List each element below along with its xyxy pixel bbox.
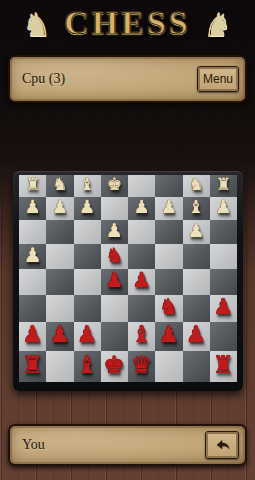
square-g3[interactable]	[46, 220, 73, 244]
square-g6[interactable]	[46, 295, 73, 322]
piece-red-pawn: ♟	[22, 323, 43, 346]
square-a7[interactable]	[210, 322, 237, 351]
undo-button[interactable]	[205, 431, 239, 459]
square-f7[interactable]: ♟	[74, 322, 101, 351]
board-row: ♟♟♟♟♟♝♟	[19, 197, 237, 220]
knight-icon: ♞	[203, 7, 233, 43]
square-a5[interactable]	[210, 269, 237, 295]
square-c5[interactable]	[155, 269, 182, 295]
piece-red-rook: ♜	[213, 353, 235, 377]
cpu-player-label: Cpu (3)	[22, 71, 65, 87]
board-row: ♟♟♟♝♟♟	[19, 322, 237, 351]
square-b1[interactable]: ♞	[183, 175, 210, 197]
board-row: ♜♝♚♛♜	[19, 351, 237, 382]
board-row: ♟♞	[19, 244, 237, 269]
square-b7[interactable]: ♟	[183, 322, 210, 351]
piece-white-bishop: ♝	[80, 176, 95, 193]
piece-white-pawn: ♟	[25, 198, 41, 216]
square-g1[interactable]: ♞	[46, 175, 73, 197]
piece-red-knight: ♞	[105, 245, 123, 265]
square-e6[interactable]	[101, 295, 128, 322]
square-c6[interactable]: ♞	[155, 295, 182, 322]
square-d3[interactable]	[128, 220, 155, 244]
menu-button[interactable]: Menu	[197, 66, 239, 92]
piece-white-pawn: ♟	[215, 198, 231, 216]
square-d8[interactable]: ♛	[128, 351, 155, 382]
square-g5[interactable]	[46, 269, 73, 295]
square-e7[interactable]	[101, 322, 128, 351]
board-row: ♞♟	[19, 295, 237, 322]
piece-red-pawn: ♟	[132, 270, 151, 291]
piece-red-pawn: ♟	[159, 323, 180, 346]
square-c8[interactable]	[155, 351, 182, 382]
chess-app: ♞ CHESS ♞ Cpu (3) Menu ♜♞♝♚♞♜♟♟♟♟♟♝♟♟♟♟♞…	[0, 0, 255, 480]
square-b5[interactable]	[183, 269, 210, 295]
piece-red-pawn: ♟	[77, 323, 98, 346]
piece-red-bishop: ♝	[76, 353, 98, 377]
piece-white-bishop: ♝	[188, 198, 204, 216]
square-e5[interactable]: ♟	[101, 269, 128, 295]
square-f8[interactable]: ♝	[74, 351, 101, 382]
square-c7[interactable]: ♟	[155, 322, 182, 351]
square-g7[interactable]: ♟	[46, 322, 73, 351]
piece-red-pawn: ♟	[186, 323, 207, 346]
board-row: ♟♟	[19, 269, 237, 295]
square-h7[interactable]: ♟	[19, 322, 46, 351]
you-player-label: You	[22, 437, 45, 453]
piece-white-pawn: ♟	[24, 245, 42, 265]
square-e1[interactable]: ♚	[101, 175, 128, 197]
piece-white-pawn: ♟	[79, 198, 95, 216]
square-a1[interactable]: ♜	[210, 175, 237, 197]
square-c2[interactable]: ♟	[155, 197, 182, 220]
square-a4[interactable]	[210, 244, 237, 269]
square-e3[interactable]: ♟	[101, 220, 128, 244]
square-d1[interactable]	[128, 175, 155, 197]
square-h4[interactable]: ♟	[19, 244, 46, 269]
piece-white-pawn: ♟	[106, 221, 123, 240]
piece-white-rook: ♜	[216, 176, 231, 193]
square-f6[interactable]	[74, 295, 101, 322]
square-d4[interactable]	[128, 244, 155, 269]
square-d2[interactable]: ♟	[128, 197, 155, 220]
you-bar: You	[8, 424, 247, 466]
square-f5[interactable]	[74, 269, 101, 295]
square-f2[interactable]: ♟	[74, 197, 101, 220]
piece-white-knight: ♞	[189, 176, 204, 193]
square-h8[interactable]: ♜	[19, 351, 46, 382]
square-b6[interactable]	[183, 295, 210, 322]
square-a6[interactable]: ♟	[210, 295, 237, 322]
square-h3[interactable]	[19, 220, 46, 244]
square-f4[interactable]	[74, 244, 101, 269]
square-b3[interactable]: ♟	[183, 220, 210, 244]
square-g8[interactable]	[46, 351, 73, 382]
piece-red-queen: ♛	[131, 353, 153, 377]
square-d5[interactable]: ♟	[128, 269, 155, 295]
piece-white-pawn: ♟	[188, 221, 205, 240]
piece-white-pawn: ♟	[52, 198, 68, 216]
piece-white-knight: ♞	[52, 176, 67, 193]
piece-white-rook: ♜	[25, 176, 40, 193]
square-h6[interactable]	[19, 295, 46, 322]
board-row: ♜♞♝♚♞♜	[19, 175, 237, 197]
square-e8[interactable]: ♚	[101, 351, 128, 382]
square-e2[interactable]	[101, 197, 128, 220]
square-b2[interactable]: ♝	[183, 197, 210, 220]
piece-red-pawn: ♟	[105, 270, 124, 291]
square-h5[interactable]	[19, 269, 46, 295]
square-h1[interactable]: ♜	[19, 175, 46, 197]
square-g2[interactable]: ♟	[46, 197, 73, 220]
square-a8[interactable]: ♜	[210, 351, 237, 382]
square-b4[interactable]	[183, 244, 210, 269]
piece-red-rook: ♜	[22, 353, 44, 377]
square-e4[interactable]: ♞	[101, 244, 128, 269]
square-d7[interactable]: ♝	[128, 322, 155, 351]
board-row: ♟♟	[19, 220, 237, 244]
piece-red-pawn: ♟	[50, 323, 71, 346]
square-c3[interactable]	[155, 220, 182, 244]
square-a2[interactable]: ♟	[210, 197, 237, 220]
piece-red-bishop: ♝	[131, 323, 152, 346]
piece-red-knight: ♞	[159, 296, 179, 318]
piece-white-pawn: ♟	[161, 198, 177, 216]
board-rim: ♜♞♝♚♞♜♟♟♟♟♟♝♟♟♟♟♞♟♟♞♟♟♟♟♝♟♟♜♝♚♛♜	[13, 171, 243, 391]
square-c1[interactable]	[155, 175, 182, 197]
square-f3[interactable]	[74, 220, 101, 244]
square-h2[interactable]: ♟	[19, 197, 46, 220]
piece-red-king: ♚	[104, 353, 126, 377]
square-d6[interactable]	[128, 295, 155, 322]
piece-red-pawn: ♟	[214, 296, 234, 318]
square-f1[interactable]: ♝	[74, 175, 101, 197]
square-c4[interactable]	[155, 244, 182, 269]
piece-white-king: ♚	[107, 176, 122, 193]
piece-white-pawn: ♟	[134, 198, 150, 216]
square-a3[interactable]	[210, 220, 237, 244]
square-b8[interactable]	[183, 351, 210, 382]
undo-icon	[212, 437, 232, 453]
square-g4[interactable]	[46, 244, 73, 269]
cpu-bar: Cpu (3) Menu	[8, 55, 247, 103]
board[interactable]: ♜♞♝♚♞♜♟♟♟♟♟♝♟♟♟♟♞♟♟♞♟♟♟♟♝♟♟♜♝♚♛♜	[19, 175, 237, 382]
